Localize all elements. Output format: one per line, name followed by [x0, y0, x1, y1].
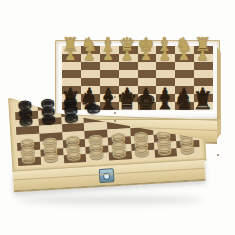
chess-square: [119, 62, 138, 70]
checker-man-light: ⛂: [66, 147, 81, 165]
chess-piece-light-pawn: ♟: [65, 49, 77, 62]
chess-square: [175, 62, 194, 70]
product-photo: ♜♞♝♛♚♝♞♜♟♟♟♟♟♟♟♟♟♟♟♟♟♟♟♟♜♞♝♛♚♝♞♜ ⛂⛂⛂⛂⛂⛂⛂…: [0, 0, 235, 235]
checker-man-light: ⛂: [89, 145, 104, 163]
chess-square: [119, 70, 138, 78]
chess-square: [100, 62, 119, 70]
chess-piece-light-pawn: ♟: [102, 49, 114, 62]
checker-man-light: ⛂: [157, 141, 172, 159]
checker-man-light: ⛂: [43, 148, 58, 166]
chess-square: [175, 70, 194, 78]
chess-square: [156, 62, 175, 70]
checker-man-light: ⛂: [111, 144, 126, 162]
checker-man-light: ⛂: [180, 140, 195, 158]
chess-square: [81, 62, 100, 70]
chess-piece-light-pawn: ♟: [197, 49, 209, 62]
chess-square: [194, 62, 213, 70]
chess-piece-light-pawn: ♟: [83, 49, 95, 62]
chess-square: [138, 62, 157, 70]
chess-square: [100, 70, 119, 78]
checker-man-light: ⛂: [134, 142, 149, 160]
chess-piece-light-pawn: ♟: [140, 49, 152, 62]
chess-square: [81, 70, 100, 78]
chess-square: [62, 70, 81, 78]
chess-square: [156, 70, 175, 78]
chess-square: [62, 62, 81, 70]
chess-piece-light-pawn: ♟: [121, 49, 133, 62]
chess-piece-dark-rook: ♜: [192, 89, 214, 113]
chess-piece-light-pawn: ♟: [178, 49, 190, 62]
chess-square: [138, 70, 157, 78]
clasp-button: [103, 172, 110, 179]
chess-square: [194, 70, 213, 78]
checker-man-light: ⛂: [21, 149, 36, 167]
frame-dot: [114, 120, 116, 122]
clasp-icon: [99, 168, 115, 183]
chess-piece-light-pawn: ♟: [159, 49, 171, 62]
